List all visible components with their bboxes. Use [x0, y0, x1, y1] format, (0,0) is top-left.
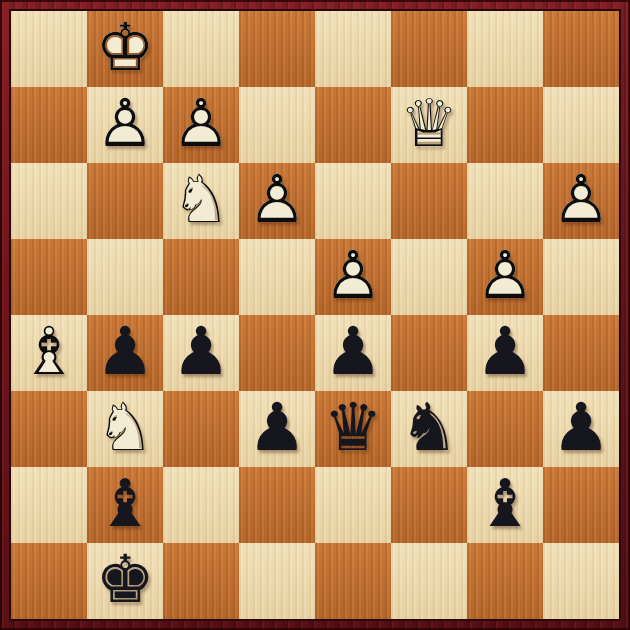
black-pawn-icon: ♟ [467, 315, 543, 391]
white-king-outline-icon: ♔ [87, 11, 163, 87]
square-g7[interactable] [467, 87, 543, 163]
piece-white-pawn[interactable]: ♟♙ [239, 163, 315, 239]
square-h5[interactable] [543, 239, 619, 315]
piece-white-knight[interactable]: ♞♘ [163, 163, 239, 239]
piece-white-bishop[interactable]: ♝♗ [11, 315, 87, 391]
white-pawn-outline-icon: ♙ [239, 163, 315, 239]
square-e6[interactable] [315, 163, 391, 239]
piece-black-queen[interactable]: ♛ [315, 391, 391, 467]
square-e4[interactable]: ♟ [315, 315, 391, 391]
black-knight-icon: ♞ [391, 391, 467, 467]
square-b6[interactable] [87, 163, 163, 239]
piece-white-pawn[interactable]: ♟♙ [315, 239, 391, 315]
square-a7[interactable] [11, 87, 87, 163]
black-pawn-icon: ♟ [239, 391, 315, 467]
square-g8[interactable] [467, 11, 543, 87]
white-pawn-outline-icon: ♙ [163, 87, 239, 163]
square-c3[interactable] [163, 391, 239, 467]
square-f3[interactable]: ♞ [391, 391, 467, 467]
black-king-icon: ♚ [87, 543, 163, 619]
piece-black-knight[interactable]: ♞ [391, 391, 467, 467]
black-pawn-icon: ♟ [87, 315, 163, 391]
black-pawn-icon: ♟ [163, 315, 239, 391]
piece-black-pawn[interactable]: ♟ [467, 315, 543, 391]
black-queen-icon: ♛ [315, 391, 391, 467]
black-pawn-icon: ♟ [315, 315, 391, 391]
white-pawn-outline-icon: ♙ [467, 239, 543, 315]
square-d1[interactable] [239, 543, 315, 619]
piece-black-pawn[interactable]: ♟ [315, 315, 391, 391]
square-h3[interactable]: ♟ [543, 391, 619, 467]
square-f1[interactable] [391, 543, 467, 619]
square-a5[interactable] [11, 239, 87, 315]
white-knight-outline-icon: ♘ [87, 391, 163, 467]
piece-white-pawn[interactable]: ♟♙ [163, 87, 239, 163]
square-a6[interactable] [11, 163, 87, 239]
white-pawn-outline-icon: ♙ [315, 239, 391, 315]
square-h7[interactable] [543, 87, 619, 163]
square-f6[interactable] [391, 163, 467, 239]
white-pawn-outline-icon: ♙ [543, 163, 619, 239]
piece-black-bishop[interactable]: ♝ [467, 467, 543, 543]
square-d7[interactable] [239, 87, 315, 163]
piece-white-pawn[interactable]: ♟♙ [87, 87, 163, 163]
piece-black-pawn[interactable]: ♟ [163, 315, 239, 391]
square-g1[interactable] [467, 543, 543, 619]
piece-white-knight[interactable]: ♞♘ [87, 391, 163, 467]
square-h8[interactable] [543, 11, 619, 87]
square-f8[interactable] [391, 11, 467, 87]
white-bishop-outline-icon: ♗ [11, 315, 87, 391]
square-a8[interactable] [11, 11, 87, 87]
square-a3[interactable] [11, 391, 87, 467]
square-d2[interactable] [239, 467, 315, 543]
square-a4[interactable]: ♝♗ [11, 315, 87, 391]
square-a2[interactable] [11, 467, 87, 543]
square-b5[interactable] [87, 239, 163, 315]
square-f4[interactable] [391, 315, 467, 391]
white-knight-outline-icon: ♘ [163, 163, 239, 239]
square-e8[interactable] [315, 11, 391, 87]
board-frame: ♚♔♟♙♟♙♛♕♞♘♟♙♟♙♟♙♟♙♝♗♟♟♟♟♞♘♟♛♞♟♝♝♚ [0, 0, 630, 630]
black-bishop-icon: ♝ [87, 467, 163, 543]
square-d8[interactable] [239, 11, 315, 87]
piece-black-pawn[interactable]: ♟ [87, 315, 163, 391]
square-d4[interactable] [239, 315, 315, 391]
square-c2[interactable] [163, 467, 239, 543]
square-b4[interactable]: ♟ [87, 315, 163, 391]
white-pawn-outline-icon: ♙ [87, 87, 163, 163]
square-g4[interactable]: ♟ [467, 315, 543, 391]
square-f5[interactable] [391, 239, 467, 315]
piece-white-king[interactable]: ♚♔ [87, 11, 163, 87]
square-c7[interactable]: ♟♙ [163, 87, 239, 163]
piece-black-king[interactable]: ♚ [87, 543, 163, 619]
square-b8[interactable]: ♚♔ [87, 11, 163, 87]
square-g3[interactable] [467, 391, 543, 467]
piece-white-queen[interactable]: ♛♕ [391, 87, 467, 163]
square-b2[interactable]: ♝ [87, 467, 163, 543]
square-a1[interactable] [11, 543, 87, 619]
square-b7[interactable]: ♟♙ [87, 87, 163, 163]
chess-board: ♚♔♟♙♟♙♛♕♞♘♟♙♟♙♟♙♟♙♝♗♟♟♟♟♞♘♟♛♞♟♝♝♚ [9, 9, 621, 621]
square-e3[interactable]: ♛ [315, 391, 391, 467]
square-e5[interactable]: ♟♙ [315, 239, 391, 315]
square-d3[interactable]: ♟ [239, 391, 315, 467]
white-queen-outline-icon: ♕ [391, 87, 467, 163]
black-bishop-icon: ♝ [467, 467, 543, 543]
square-h4[interactable] [543, 315, 619, 391]
square-c8[interactable] [163, 11, 239, 87]
square-d5[interactable] [239, 239, 315, 315]
square-d6[interactable]: ♟♙ [239, 163, 315, 239]
square-e1[interactable] [315, 543, 391, 619]
square-f7[interactable]: ♛♕ [391, 87, 467, 163]
square-b3[interactable]: ♞♘ [87, 391, 163, 467]
piece-white-pawn[interactable]: ♟♙ [467, 239, 543, 315]
square-c5[interactable] [163, 239, 239, 315]
piece-white-pawn[interactable]: ♟♙ [543, 163, 619, 239]
square-h6[interactable]: ♟♙ [543, 163, 619, 239]
piece-black-pawn[interactable]: ♟ [239, 391, 315, 467]
square-g5[interactable]: ♟♙ [467, 239, 543, 315]
square-e7[interactable] [315, 87, 391, 163]
piece-black-pawn[interactable]: ♟ [543, 391, 619, 467]
square-h2[interactable] [543, 467, 619, 543]
piece-black-bishop[interactable]: ♝ [87, 467, 163, 543]
square-c1[interactable] [163, 543, 239, 619]
square-h1[interactable] [543, 543, 619, 619]
square-f2[interactable] [391, 467, 467, 543]
square-b1[interactable]: ♚ [87, 543, 163, 619]
square-c4[interactable]: ♟ [163, 315, 239, 391]
square-g6[interactable] [467, 163, 543, 239]
square-e2[interactable] [315, 467, 391, 543]
black-pawn-icon: ♟ [543, 391, 619, 467]
square-c6[interactable]: ♞♘ [163, 163, 239, 239]
square-g2[interactable]: ♝ [467, 467, 543, 543]
